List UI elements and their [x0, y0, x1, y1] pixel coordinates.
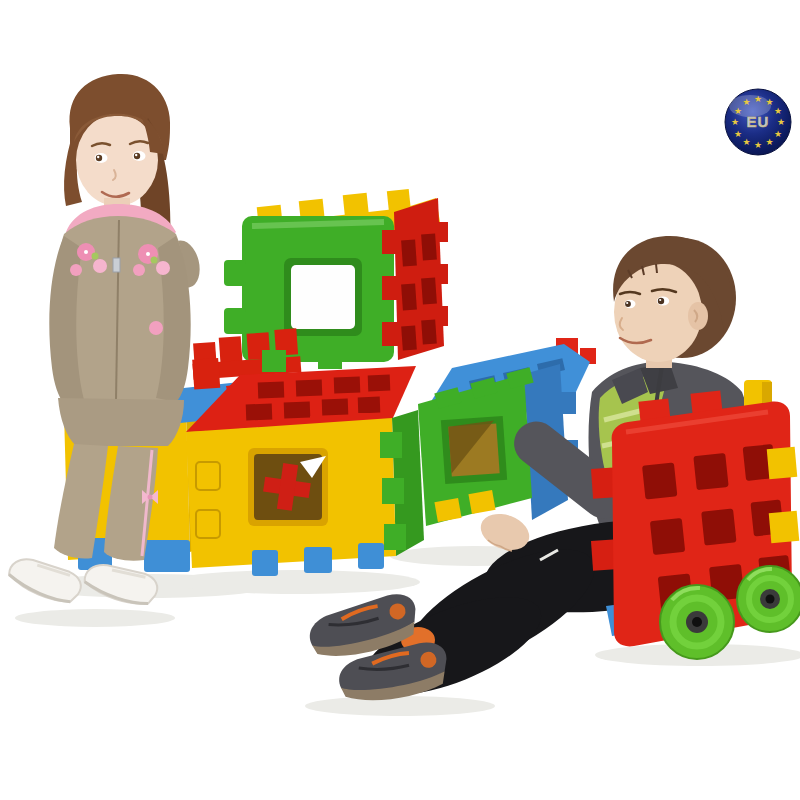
svg-text:★: ★: [754, 140, 762, 150]
photo-canvas: ★★ ★★ ★★ ★★ ★★ ★★ EU: [0, 0, 800, 800]
svg-text:★: ★: [774, 106, 782, 116]
svg-text:★: ★: [734, 129, 742, 139]
scene-illustration: ★★ ★★ ★★ ★★ ★★ ★★ EU: [0, 0, 800, 800]
top-cube-right-red-teeth: [382, 230, 398, 346]
block-middle-cube: [186, 347, 424, 576]
svg-text:★: ★: [742, 97, 750, 107]
svg-text:★: ★: [734, 106, 742, 116]
svg-text:★: ★: [765, 137, 773, 147]
svg-text:★: ★: [777, 117, 785, 127]
svg-text:★: ★: [742, 137, 750, 147]
svg-text:★: ★: [774, 129, 782, 139]
svg-text:★: ★: [754, 94, 762, 104]
middle-cube-window: [248, 448, 328, 526]
right-cube-window: [441, 416, 507, 484]
cart-wheel-front: [660, 585, 734, 659]
girl-zipper-pull: [113, 258, 120, 272]
eu-badge: ★★ ★★ ★★ ★★ ★★ ★★ EU: [725, 89, 791, 155]
svg-text:★: ★: [731, 117, 739, 127]
cart-wheel-rear: [737, 566, 800, 632]
top-cube-red-side: [394, 198, 448, 360]
eu-badge-label: EU: [747, 113, 770, 130]
girl-lap: [58, 398, 184, 446]
top-cube-window: [284, 258, 362, 336]
block-right-cube: [418, 338, 596, 526]
svg-text:★: ★: [765, 97, 773, 107]
